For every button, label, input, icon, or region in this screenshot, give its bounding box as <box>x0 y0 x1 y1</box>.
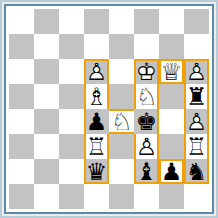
piece-glyph: ♘ <box>136 85 158 109</box>
square-e7[interactable] <box>109 34 134 59</box>
square-h2[interactable]: ♞ <box>184 159 209 184</box>
white-knight-piece: ♞♘ <box>109 109 134 134</box>
square-g4[interactable] <box>159 109 184 134</box>
square-f1[interactable] <box>134 184 159 209</box>
square-c1[interactable] <box>59 184 84 209</box>
white-pawn-piece: ♟♙ <box>134 134 159 159</box>
white-rook-piece: ♜♖ <box>184 134 209 159</box>
square-d5[interactable]: ♝♗ <box>84 84 109 109</box>
piece-glyph: ♖ <box>86 135 108 159</box>
square-h3[interactable]: ♜♖ <box>184 134 209 159</box>
square-f5[interactable]: ♞♘ <box>134 84 159 109</box>
piece-glyph: ♗ <box>86 85 108 109</box>
square-c3[interactable] <box>59 134 84 159</box>
board-frame-outer: ♟♙♚♔♛♕♟♙♝♗♞♘♜♟♞♘♚♟♙♜♖♟♙♜♖♛♝♟♞ <box>0 0 218 218</box>
board-frame-blue: ♟♙♚♔♛♕♟♙♝♗♞♘♜♟♞♘♚♟♙♜♖♟♙♜♖♛♝♟♞ <box>4 4 214 214</box>
piece-glyph: ♞ <box>186 160 208 184</box>
square-c8[interactable] <box>59 9 84 34</box>
square-g7[interactable] <box>159 34 184 59</box>
square-h6[interactable]: ♟♙ <box>184 59 209 84</box>
square-d4[interactable]: ♟ <box>84 109 109 134</box>
square-a5[interactable] <box>9 84 34 109</box>
piece-glyph: ♙ <box>136 135 158 159</box>
square-h7[interactable] <box>184 34 209 59</box>
square-e4[interactable]: ♞♘ <box>109 109 134 134</box>
square-d2[interactable]: ♛ <box>84 159 109 184</box>
piece-glyph: ♙ <box>186 110 208 134</box>
white-knight-piece: ♞♘ <box>134 84 159 109</box>
square-h1[interactable] <box>184 184 209 209</box>
square-b1[interactable] <box>34 184 59 209</box>
white-pawn-piece: ♟♙ <box>184 109 209 134</box>
square-f2[interactable]: ♝ <box>134 159 159 184</box>
white-queen-piece: ♛♕ <box>159 59 184 84</box>
square-c2[interactable] <box>59 159 84 184</box>
square-g2[interactable]: ♟ <box>159 159 184 184</box>
square-d6[interactable]: ♟♙ <box>84 59 109 84</box>
square-a7[interactable] <box>9 34 34 59</box>
square-d3[interactable]: ♜♖ <box>84 134 109 159</box>
square-a4[interactable] <box>9 109 34 134</box>
square-b6[interactable] <box>34 59 59 84</box>
square-f3[interactable]: ♟♙ <box>134 134 159 159</box>
square-d1[interactable] <box>84 184 109 209</box>
square-h8[interactable] <box>184 9 209 34</box>
square-a1[interactable] <box>9 184 34 209</box>
square-b5[interactable] <box>34 84 59 109</box>
piece-glyph: ♟ <box>161 160 183 184</box>
square-e5[interactable] <box>109 84 134 109</box>
square-g6[interactable]: ♛♕ <box>159 59 184 84</box>
piece-glyph: ♘ <box>111 110 133 134</box>
square-g5[interactable] <box>159 84 184 109</box>
black-queen-piece: ♛ <box>84 159 109 184</box>
piece-glyph: ♟ <box>86 110 108 134</box>
piece-glyph: ♜ <box>186 85 208 109</box>
square-a8[interactable] <box>9 9 34 34</box>
square-a3[interactable] <box>9 134 34 159</box>
white-king-piece: ♚♔ <box>134 59 159 84</box>
square-b3[interactable] <box>34 134 59 159</box>
board-frame-light: ♟♙♚♔♛♕♟♙♝♗♞♘♜♟♞♘♚♟♙♜♖♟♙♜♖♛♝♟♞ <box>2 2 216 216</box>
piece-glyph: ♙ <box>86 60 108 84</box>
square-d7[interactable] <box>84 34 109 59</box>
black-pawn-piece: ♟ <box>84 109 109 134</box>
square-g3[interactable] <box>159 134 184 159</box>
square-f4[interactable]: ♚ <box>134 109 159 134</box>
black-rook-piece: ♜ <box>184 84 209 109</box>
piece-glyph: ♖ <box>186 135 208 159</box>
white-rook-piece: ♜♖ <box>84 134 109 159</box>
square-h5[interactable]: ♜ <box>184 84 209 109</box>
square-b2[interactable] <box>34 159 59 184</box>
board-frame-inner: ♟♙♚♔♛♕♟♙♝♗♞♘♜♟♞♘♚♟♙♜♖♟♙♜♖♛♝♟♞ <box>6 6 212 212</box>
black-king-piece: ♚ <box>134 109 159 134</box>
piece-glyph: ♕ <box>161 60 183 84</box>
piece-glyph: ♚ <box>136 110 158 134</box>
piece-glyph: ♝ <box>136 160 158 184</box>
square-c6[interactable] <box>59 59 84 84</box>
black-bishop-piece: ♝ <box>134 159 159 184</box>
chess-board: ♟♙♚♔♛♕♟♙♝♗♞♘♜♟♞♘♚♟♙♜♖♟♙♜♖♛♝♟♞ <box>9 9 209 209</box>
square-f8[interactable] <box>134 9 159 34</box>
white-pawn-piece: ♟♙ <box>184 59 209 84</box>
square-g8[interactable] <box>159 9 184 34</box>
square-b8[interactable] <box>34 9 59 34</box>
piece-glyph: ♔ <box>136 60 158 84</box>
black-pawn-piece: ♟ <box>159 159 184 184</box>
square-h4[interactable]: ♟♙ <box>184 109 209 134</box>
square-f6[interactable]: ♚♔ <box>134 59 159 84</box>
square-c7[interactable] <box>59 34 84 59</box>
square-b4[interactable] <box>34 109 59 134</box>
white-pawn-piece: ♟♙ <box>84 59 109 84</box>
square-d8[interactable] <box>84 9 109 34</box>
square-a2[interactable] <box>9 159 34 184</box>
piece-glyph: ♛ <box>86 160 108 184</box>
square-a6[interactable] <box>9 59 34 84</box>
square-g1[interactable] <box>159 184 184 209</box>
square-e3[interactable] <box>109 134 134 159</box>
square-e1[interactable] <box>109 184 134 209</box>
square-e8[interactable] <box>109 9 134 34</box>
square-f7[interactable] <box>134 34 159 59</box>
piece-glyph: ♙ <box>186 60 208 84</box>
square-c4[interactable] <box>59 109 84 134</box>
black-knight-piece: ♞ <box>184 159 209 184</box>
square-c5[interactable] <box>59 84 84 109</box>
white-bishop-piece: ♝♗ <box>84 84 109 109</box>
square-e2[interactable] <box>109 159 134 184</box>
square-e6[interactable] <box>109 59 134 84</box>
square-b7[interactable] <box>34 34 59 59</box>
